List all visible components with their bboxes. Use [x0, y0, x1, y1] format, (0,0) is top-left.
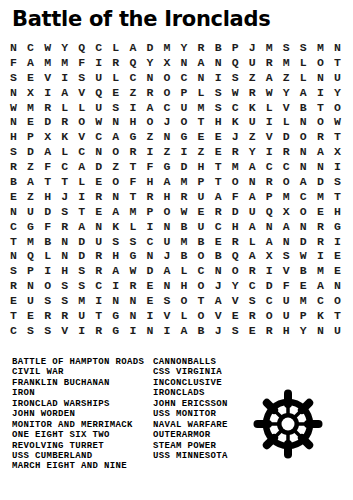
grid-cell[interactable]: Z — [107, 159, 124, 174]
grid-cell[interactable]: N — [5, 204, 22, 219]
grid-cell[interactable]: L — [295, 55, 312, 70]
grid-cell[interactable]: Z — [22, 189, 39, 204]
grid-cell[interactable]: C — [124, 70, 141, 85]
grid-cell[interactable]: P — [227, 40, 244, 55]
grid-cell[interactable]: A — [107, 263, 124, 278]
grid-cell[interactable]: S — [5, 263, 22, 278]
grid-cell[interactable]: X — [39, 129, 56, 144]
grid-cell[interactable]: T — [210, 174, 227, 189]
grid-cell[interactable]: G — [107, 308, 124, 323]
grid-cell[interactable]: N — [124, 308, 141, 323]
grid-cell[interactable]: R — [244, 263, 261, 278]
grid-cell[interactable]: A — [295, 85, 312, 100]
grid-cell[interactable]: T — [124, 189, 141, 204]
grid-cell[interactable]: O — [107, 174, 124, 189]
grid-cell[interactable]: Q — [124, 55, 141, 70]
grid-cell[interactable]: A — [244, 248, 261, 263]
grid-cell[interactable]: I — [141, 144, 158, 159]
grid-cell[interactable]: R — [141, 189, 158, 204]
grid-cell[interactable]: D — [73, 248, 90, 263]
grid-cell[interactable]: I — [73, 323, 90, 338]
grid-cell[interactable]: S — [210, 100, 227, 115]
grid-cell[interactable]: J — [227, 129, 244, 144]
grid-cell[interactable]: R — [39, 100, 56, 115]
grid-cell[interactable]: I — [73, 189, 90, 204]
grid-cell[interactable]: Y — [175, 40, 192, 55]
grid-cell[interactable]: C — [73, 144, 90, 159]
grid-cell[interactable]: G — [107, 323, 124, 338]
grid-cell[interactable]: N — [175, 55, 192, 70]
grid-cell[interactable]: W — [261, 85, 278, 100]
grid-cell[interactable]: N — [193, 70, 210, 85]
grid-cell[interactable]: C — [5, 219, 22, 234]
grid-cell[interactable]: M — [227, 159, 244, 174]
grid-cell[interactable]: P — [22, 263, 39, 278]
grid-cell[interactable]: Y — [295, 323, 312, 338]
grid-cell[interactable]: O — [261, 308, 278, 323]
grid-cell[interactable]: W — [5, 100, 22, 115]
grid-cell[interactable]: H — [39, 189, 56, 204]
grid-cell[interactable]: R — [312, 219, 329, 234]
grid-cell[interactable]: S — [39, 293, 56, 308]
grid-cell[interactable]: U — [90, 100, 107, 115]
grid-cell[interactable]: R — [5, 159, 22, 174]
grid-cell[interactable]: M — [261, 40, 278, 55]
grid-cell[interactable]: B — [295, 100, 312, 115]
grid-cell[interactable]: M — [312, 263, 329, 278]
grid-cell[interactable]: S — [295, 40, 312, 55]
grid-cell[interactable]: Z — [193, 144, 210, 159]
grid-cell[interactable]: M — [39, 55, 56, 70]
grid-cell[interactable]: Q — [22, 248, 39, 263]
grid-cell[interactable]: T — [193, 114, 210, 129]
grid-cell[interactable]: G — [124, 248, 141, 263]
grid-cell[interactable]: F — [124, 174, 141, 189]
grid-cell[interactable]: N — [244, 174, 261, 189]
grid-cell[interactable]: D — [141, 40, 158, 55]
grid-cell[interactable]: J — [158, 114, 175, 129]
grid-cell[interactable]: A — [22, 174, 39, 189]
grid-cell[interactable]: S — [124, 234, 141, 249]
grid-cell[interactable]: B — [210, 248, 227, 263]
grid-cell[interactable]: K — [56, 129, 73, 144]
grid-cell[interactable]: R — [56, 219, 73, 234]
grid-cell[interactable]: T — [329, 55, 346, 70]
grid-cell[interactable]: E — [22, 114, 39, 129]
grid-cell[interactable]: N — [90, 219, 107, 234]
grid-cell[interactable]: G — [329, 219, 346, 234]
grid-cell[interactable]: E — [210, 234, 227, 249]
grid-cell[interactable]: L — [56, 144, 73, 159]
grid-cell[interactable]: A — [244, 189, 261, 204]
grid-cell[interactable]: N — [5, 114, 22, 129]
grid-cell[interactable]: I — [261, 263, 278, 278]
grid-cell[interactable]: A — [73, 159, 90, 174]
grid-cell[interactable]: C — [261, 159, 278, 174]
grid-cell[interactable]: Y — [141, 55, 158, 70]
grid-cell[interactable]: O — [193, 278, 210, 293]
grid-cell[interactable]: E — [210, 129, 227, 144]
grid-cell[interactable]: M — [278, 189, 295, 204]
grid-cell[interactable]: Z — [141, 129, 158, 144]
grid-cell[interactable]: V — [73, 85, 90, 100]
grid-cell[interactable]: R — [244, 308, 261, 323]
grid-cell[interactable]: T — [329, 129, 346, 144]
grid-cell[interactable]: A — [261, 234, 278, 249]
grid-cell[interactable]: V — [227, 293, 244, 308]
grid-cell[interactable]: S — [56, 204, 73, 219]
grid-cell[interactable]: R — [261, 55, 278, 70]
grid-cell[interactable]: J — [210, 278, 227, 293]
grid-cell[interactable]: K — [107, 219, 124, 234]
grid-cell[interactable]: D — [90, 159, 107, 174]
grid-cell[interactable]: N — [107, 293, 124, 308]
grid-cell[interactable]: R — [141, 85, 158, 100]
grid-cell[interactable]: O — [295, 204, 312, 219]
grid-cell[interactable]: N — [295, 114, 312, 129]
grid-cell[interactable]: N — [312, 323, 329, 338]
grid-cell[interactable]: A — [158, 263, 175, 278]
grid-cell[interactable]: N — [141, 323, 158, 338]
grid-cell[interactable]: N — [278, 234, 295, 249]
grid-cell[interactable]: F — [39, 159, 56, 174]
grid-cell[interactable]: N — [56, 234, 73, 249]
grid-cell[interactable]: W — [39, 40, 56, 55]
grid-cell[interactable]: D — [141, 263, 158, 278]
grid-cell[interactable]: M — [175, 174, 192, 189]
grid-cell[interactable]: D — [227, 204, 244, 219]
grid-cell[interactable]: A — [175, 323, 192, 338]
grid-cell[interactable]: H — [141, 174, 158, 189]
grid-cell[interactable]: N — [295, 144, 312, 159]
grid-cell[interactable]: E — [210, 144, 227, 159]
grid-cell[interactable]: Z — [278, 70, 295, 85]
grid-cell[interactable]: O — [158, 204, 175, 219]
grid-cell[interactable]: M — [56, 55, 73, 70]
grid-cell[interactable]: S — [329, 174, 346, 189]
grid-cell[interactable]: Y — [329, 85, 346, 100]
grid-cell[interactable]: X — [158, 55, 175, 70]
grid-cell[interactable]: I — [329, 234, 346, 249]
grid-cell[interactable]: E — [5, 293, 22, 308]
grid-cell[interactable]: F — [39, 219, 56, 234]
grid-cell[interactable]: W — [295, 248, 312, 263]
grid-cell[interactable]: P — [193, 174, 210, 189]
grid-cell[interactable]: A — [73, 219, 90, 234]
grid-cell[interactable]: S — [73, 278, 90, 293]
grid-cell[interactable]: H — [278, 323, 295, 338]
grid-cell[interactable]: I — [141, 219, 158, 234]
grid-cell[interactable]: V — [261, 129, 278, 144]
grid-cell[interactable]: D — [312, 174, 329, 189]
grid-cell[interactable]: Z — [22, 159, 39, 174]
grid-cell[interactable]: E — [22, 308, 39, 323]
grid-cell[interactable]: T — [5, 308, 22, 323]
grid-cell[interactable]: Q — [73, 40, 90, 55]
grid-cell[interactable]: G — [22, 219, 39, 234]
grid-cell[interactable]: R — [244, 85, 261, 100]
grid-cell[interactable]: W — [175, 204, 192, 219]
grid-cell[interactable]: Y — [244, 144, 261, 159]
grid-cell[interactable]: R — [56, 114, 73, 129]
grid-cell[interactable]: T — [73, 204, 90, 219]
grid-cell[interactable]: N — [107, 189, 124, 204]
grid-cell[interactable]: U — [90, 234, 107, 249]
grid-cell[interactable]: L — [278, 114, 295, 129]
grid-cell[interactable]: I — [312, 248, 329, 263]
grid-cell[interactable]: F — [73, 55, 90, 70]
grid-cell[interactable]: C — [90, 129, 107, 144]
grid-cell[interactable]: A — [39, 144, 56, 159]
grid-cell[interactable]: U — [193, 189, 210, 204]
grid-cell[interactable]: C — [227, 100, 244, 115]
grid-cell[interactable]: I — [39, 263, 56, 278]
grid-cell[interactable]: U — [90, 70, 107, 85]
grid-cell[interactable]: D — [22, 144, 39, 159]
grid-cell[interactable]: L — [107, 40, 124, 55]
grid-cell[interactable]: D — [39, 204, 56, 219]
grid-cell[interactable]: C — [312, 293, 329, 308]
grid-cell[interactable]: L — [39, 248, 56, 263]
grid-cell[interactable]: E — [193, 129, 210, 144]
grid-cell[interactable]: I — [261, 144, 278, 159]
grid-cell[interactable]: T — [329, 308, 346, 323]
grid-cell[interactable]: I — [124, 323, 141, 338]
grid-cell[interactable]: N — [329, 40, 346, 55]
grid-cell[interactable]: F — [141, 159, 158, 174]
grid-cell[interactable]: S — [227, 323, 244, 338]
grid-cell[interactable]: O — [312, 114, 329, 129]
grid-cell[interactable]: S — [210, 85, 227, 100]
grid-cell[interactable]: M — [312, 189, 329, 204]
grid-cell[interactable]: J — [210, 323, 227, 338]
grid-cell[interactable]: N — [261, 219, 278, 234]
grid-cell[interactable]: M — [175, 234, 192, 249]
grid-cell[interactable]: S — [73, 263, 90, 278]
grid-cell[interactable]: O — [158, 70, 175, 85]
grid-cell[interactable]: L — [244, 234, 261, 249]
grid-cell[interactable]: N — [107, 114, 124, 129]
grid-cell[interactable]: H — [56, 263, 73, 278]
grid-cell[interactable]: E — [5, 189, 22, 204]
grid-cell[interactable]: S — [5, 70, 22, 85]
grid-cell[interactable]: M — [295, 293, 312, 308]
grid-cell[interactable]: Y — [278, 85, 295, 100]
grid-cell[interactable]: M — [73, 293, 90, 308]
grid-cell[interactable]: N — [312, 70, 329, 85]
grid-cell[interactable]: A — [56, 85, 73, 100]
grid-cell[interactable]: I — [210, 70, 227, 85]
grid-cell[interactable]: E — [227, 308, 244, 323]
grid-cell[interactable]: B — [175, 219, 192, 234]
grid-cell[interactable]: U — [193, 219, 210, 234]
grid-cell[interactable]: K — [244, 100, 261, 115]
grid-cell[interactable]: H — [5, 129, 22, 144]
grid-cell[interactable]: U — [73, 308, 90, 323]
grid-cell[interactable]: L — [124, 219, 141, 234]
grid-cell[interactable]: R — [261, 323, 278, 338]
grid-cell[interactable]: E — [90, 204, 107, 219]
grid-cell[interactable]: E — [141, 293, 158, 308]
grid-cell[interactable]: W — [227, 85, 244, 100]
grid-cell[interactable]: U — [22, 293, 39, 308]
grid-cell[interactable]: Q — [227, 248, 244, 263]
grid-cell[interactable]: A — [312, 278, 329, 293]
grid-cell[interactable]: C — [175, 70, 192, 85]
grid-cell[interactable]: W — [329, 114, 346, 129]
grid-cell[interactable]: T — [5, 234, 22, 249]
grid-cell[interactable]: E — [107, 85, 124, 100]
grid-cell[interactable]: T — [124, 159, 141, 174]
grid-cell[interactable]: I — [56, 70, 73, 85]
grid-cell[interactable]: M — [22, 234, 39, 249]
grid-cell[interactable]: M — [278, 55, 295, 70]
grid-cell[interactable]: N — [158, 219, 175, 234]
grid-cell[interactable]: U — [175, 100, 192, 115]
grid-cell[interactable]: N — [5, 248, 22, 263]
grid-cell[interactable]: X — [261, 248, 278, 263]
grid-cell[interactable]: B — [193, 234, 210, 249]
grid-cell[interactable]: O — [227, 174, 244, 189]
grid-cell[interactable]: N — [124, 293, 141, 308]
grid-cell[interactable]: B — [5, 174, 22, 189]
grid-cell[interactable]: U — [278, 308, 295, 323]
grid-cell[interactable]: C — [5, 323, 22, 338]
grid-cell[interactable]: T — [56, 174, 73, 189]
grid-cell[interactable]: C — [158, 100, 175, 115]
grid-cell[interactable]: M — [193, 100, 210, 115]
grid-cell[interactable]: N — [210, 55, 227, 70]
grid-cell[interactable]: M — [124, 204, 141, 219]
grid-cell[interactable]: U — [329, 323, 346, 338]
grid-cell[interactable]: J — [158, 248, 175, 263]
grid-cell[interactable]: F — [5, 55, 22, 70]
grid-cell[interactable]: R — [90, 263, 107, 278]
grid-cell[interactable]: N — [5, 40, 22, 55]
grid-cell[interactable]: P — [141, 204, 158, 219]
grid-cell[interactable]: O — [329, 293, 346, 308]
grid-cell[interactable]: A — [210, 189, 227, 204]
grid-cell[interactable]: D — [73, 234, 90, 249]
grid-cell[interactable]: A — [244, 159, 261, 174]
grid-cell[interactable]: A — [22, 55, 39, 70]
grid-cell[interactable]: B — [210, 40, 227, 55]
grid-cell[interactable]: R — [90, 323, 107, 338]
grid-cell[interactable]: S — [227, 70, 244, 85]
grid-cell[interactable]: K — [227, 114, 244, 129]
grid-cell[interactable]: B — [39, 234, 56, 249]
grid-cell[interactable]: G — [124, 129, 141, 144]
grid-cell[interactable]: N — [141, 70, 158, 85]
grid-cell[interactable]: U — [278, 293, 295, 308]
grid-cell[interactable]: C — [244, 278, 261, 293]
grid-cell[interactable]: H — [193, 159, 210, 174]
grid-cell[interactable]: S — [244, 293, 261, 308]
grid-cell[interactable]: E — [141, 278, 158, 293]
grid-cell[interactable]: A — [312, 144, 329, 159]
grid-cell[interactable]: N — [210, 263, 227, 278]
grid-cell[interactable]: W — [124, 263, 141, 278]
grid-cell[interactable]: A — [124, 40, 141, 55]
grid-cell[interactable]: R — [124, 278, 141, 293]
grid-cell[interactable]: V — [278, 263, 295, 278]
grid-cell[interactable]: T — [90, 308, 107, 323]
grid-cell[interactable]: D — [39, 114, 56, 129]
grid-cell[interactable]: N — [158, 278, 175, 293]
grid-cell[interactable]: O — [73, 114, 90, 129]
grid-cell[interactable]: O — [227, 263, 244, 278]
grid-cell[interactable]: H — [124, 114, 141, 129]
grid-cell[interactable]: I — [90, 293, 107, 308]
grid-cell[interactable]: R — [312, 129, 329, 144]
grid-cell[interactable]: J — [56, 189, 73, 204]
grid-cell[interactable]: R — [175, 189, 192, 204]
grid-cell[interactable]: S — [56, 293, 73, 308]
grid-cell[interactable]: A — [107, 204, 124, 219]
grid-cell[interactable]: E — [244, 323, 261, 338]
grid-cell[interactable]: N — [141, 248, 158, 263]
grid-cell[interactable]: S — [73, 70, 90, 85]
grid-cell[interactable]: N — [22, 278, 39, 293]
grid-cell[interactable]: V — [56, 323, 73, 338]
grid-cell[interactable]: E — [22, 70, 39, 85]
grid-cell[interactable]: R — [312, 234, 329, 249]
grid-cell[interactable]: A — [278, 219, 295, 234]
grid-cell[interactable]: X — [278, 204, 295, 219]
grid-cell[interactable]: R — [107, 55, 124, 70]
grid-cell[interactable]: U — [22, 204, 39, 219]
grid-cell[interactable]: H — [175, 278, 192, 293]
grid-cell[interactable]: C — [22, 40, 39, 55]
grid-cell[interactable]: E — [329, 263, 346, 278]
grid-cell[interactable]: R — [227, 144, 244, 159]
grid-cell[interactable]: A — [261, 70, 278, 85]
grid-cell[interactable]: M — [22, 100, 39, 115]
grid-cell[interactable]: A — [210, 293, 227, 308]
grid-cell[interactable]: X — [329, 144, 346, 159]
grid-cell[interactable]: O — [193, 308, 210, 323]
grid-cell[interactable]: I — [312, 85, 329, 100]
grid-cell[interactable]: M — [312, 40, 329, 55]
grid-cell[interactable]: L — [193, 85, 210, 100]
grid-cell[interactable]: P — [22, 129, 39, 144]
grid-cell[interactable]: H — [158, 189, 175, 204]
grid-cell[interactable]: O — [278, 174, 295, 189]
grid-cell[interactable]: L — [295, 70, 312, 85]
grid-cell[interactable]: J — [244, 40, 261, 55]
grid-cell[interactable]: H — [227, 219, 244, 234]
grid-cell[interactable]: V — [39, 70, 56, 85]
grid-cell[interactable]: S — [56, 278, 73, 293]
grid-cell[interactable]: D — [278, 129, 295, 144]
grid-cell[interactable]: T — [210, 159, 227, 174]
grid-cell[interactable]: I — [141, 308, 158, 323]
grid-cell[interactable]: A — [158, 174, 175, 189]
grid-cell[interactable]: I — [90, 55, 107, 70]
grid-cell[interactable]: Z — [244, 70, 261, 85]
grid-cell[interactable]: S — [107, 100, 124, 115]
grid-cell[interactable]: O — [175, 293, 192, 308]
grid-cell[interactable]: I — [124, 100, 141, 115]
grid-cell[interactable]: I — [107, 278, 124, 293]
grid-cell[interactable]: V — [158, 308, 175, 323]
grid-cell[interactable]: V — [278, 100, 295, 115]
grid-cell[interactable]: N — [56, 248, 73, 263]
grid-cell[interactable]: A — [193, 55, 210, 70]
grid-cell[interactable]: R — [90, 189, 107, 204]
grid-cell[interactable]: M — [158, 40, 175, 55]
grid-cell[interactable]: B — [193, 323, 210, 338]
